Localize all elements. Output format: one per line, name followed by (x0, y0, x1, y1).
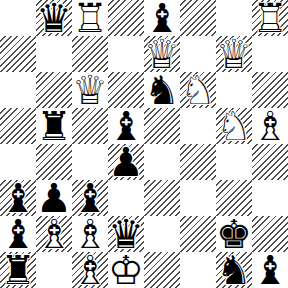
black-rook-halo: ♜ (36, 108, 72, 144)
black-queen-icon: ♛ (108, 216, 144, 252)
white-bishop-icon: ♗ (36, 216, 72, 252)
black-bishop-icon: ♝ (252, 252, 288, 288)
white-knight-halo: ♞ (216, 108, 252, 144)
square-e1[interactable] (144, 252, 180, 288)
square-g8[interactable] (216, 0, 252, 36)
square-b1[interactable] (36, 252, 72, 288)
black-pawn-icon: ♟ (36, 180, 72, 216)
square-a2[interactable]: ♝♝ (0, 216, 36, 252)
square-a3[interactable]: ♝♝ (0, 180, 36, 216)
square-a7[interactable] (0, 36, 36, 72)
black-knight-halo: ♞ (216, 252, 252, 288)
square-h3[interactable] (252, 180, 288, 216)
square-g4[interactable] (216, 144, 252, 180)
white-bishop-halo: ♝ (36, 216, 72, 252)
square-g5[interactable]: ♞♘ (216, 108, 252, 144)
white-bishop-halo: ♝ (72, 216, 108, 252)
black-bishop-icon: ♝ (108, 108, 144, 144)
square-c6[interactable]: ♛♕ (72, 72, 108, 108)
square-a1[interactable]: ♜♜ (0, 252, 36, 288)
square-e2[interactable] (144, 216, 180, 252)
black-queen-icon: ♛ (36, 0, 72, 36)
white-bishop-halo: ♝ (72, 252, 108, 288)
white-queen-icon: ♕ (216, 36, 252, 72)
black-knight-icon: ♞ (216, 252, 252, 288)
square-g7[interactable]: ♛♕ (216, 36, 252, 72)
square-h8[interactable]: ♜♖ (252, 0, 288, 36)
black-pawn-icon: ♟ (108, 144, 144, 180)
square-c3[interactable]: ♝♝ (72, 180, 108, 216)
square-f3[interactable] (180, 180, 216, 216)
square-f1[interactable] (180, 252, 216, 288)
square-f5[interactable] (180, 108, 216, 144)
square-g2[interactable]: ♚♚ (216, 216, 252, 252)
square-h2[interactable] (252, 216, 288, 252)
white-knight-halo: ♞ (180, 72, 216, 108)
square-d2[interactable]: ♛♛ (108, 216, 144, 252)
square-b8[interactable]: ♛♛ (36, 0, 72, 36)
square-a8[interactable] (0, 0, 36, 36)
white-queen-halo: ♛ (144, 36, 180, 72)
square-g6[interactable] (216, 72, 252, 108)
square-h1[interactable]: ♝♝ (252, 252, 288, 288)
white-king-halo: ♚ (108, 252, 144, 288)
black-pawn-halo: ♟ (36, 180, 72, 216)
black-pawn-halo: ♟ (108, 144, 144, 180)
square-d8[interactable] (108, 0, 144, 36)
square-e4[interactable] (144, 144, 180, 180)
square-h5[interactable]: ♝♗ (252, 108, 288, 144)
white-rook-icon: ♖ (72, 0, 108, 36)
black-king-halo: ♚ (216, 216, 252, 252)
square-f2[interactable] (180, 216, 216, 252)
square-e6[interactable]: ♞♞ (144, 72, 180, 108)
square-d1[interactable]: ♚♔ (108, 252, 144, 288)
white-bishop-halo: ♝ (252, 108, 288, 144)
black-king-icon: ♚ (216, 216, 252, 252)
square-c5[interactable] (72, 108, 108, 144)
square-a4[interactable] (0, 144, 36, 180)
black-bishop-icon: ♝ (0, 180, 36, 216)
white-queen-halo: ♛ (216, 36, 252, 72)
white-knight-icon: ♘ (180, 72, 216, 108)
white-bishop-icon: ♗ (72, 252, 108, 288)
black-bishop-halo: ♝ (108, 108, 144, 144)
square-f8[interactable] (180, 0, 216, 36)
square-h6[interactable] (252, 72, 288, 108)
square-d3[interactable] (108, 180, 144, 216)
square-b4[interactable] (36, 144, 72, 180)
square-d7[interactable] (108, 36, 144, 72)
square-b2[interactable]: ♝♗ (36, 216, 72, 252)
square-d6[interactable] (108, 72, 144, 108)
square-f7[interactable] (180, 36, 216, 72)
black-rook-halo: ♜ (0, 252, 36, 288)
square-a5[interactable] (0, 108, 36, 144)
square-c2[interactable]: ♝♗ (72, 216, 108, 252)
square-g3[interactable] (216, 180, 252, 216)
square-e5[interactable] (144, 108, 180, 144)
black-bishop-halo: ♝ (0, 180, 36, 216)
square-c4[interactable] (72, 144, 108, 180)
square-f4[interactable] (180, 144, 216, 180)
black-bishop-icon: ♝ (0, 216, 36, 252)
square-c8[interactable]: ♜♖ (72, 0, 108, 36)
black-bishop-icon: ♝ (144, 0, 180, 36)
black-knight-icon: ♞ (144, 72, 180, 108)
square-d4[interactable]: ♟♟ (108, 144, 144, 180)
square-c1[interactable]: ♝♗ (72, 252, 108, 288)
square-g1[interactable]: ♞♞ (216, 252, 252, 288)
white-bishop-icon: ♗ (72, 216, 108, 252)
black-queen-halo: ♛ (108, 216, 144, 252)
white-rook-icon: ♖ (252, 0, 288, 36)
square-e8[interactable]: ♝♝ (144, 0, 180, 36)
black-bishop-icon: ♝ (72, 180, 108, 216)
white-knight-icon: ♘ (216, 108, 252, 144)
square-a6[interactable] (0, 72, 36, 108)
square-e3[interactable] (144, 180, 180, 216)
square-h4[interactable] (252, 144, 288, 180)
white-queen-icon: ♕ (72, 72, 108, 108)
square-b7[interactable] (36, 36, 72, 72)
white-rook-halo: ♜ (252, 0, 288, 36)
black-bishop-halo: ♝ (252, 252, 288, 288)
black-queen-halo: ♛ (36, 0, 72, 36)
black-bishop-halo: ♝ (0, 216, 36, 252)
black-bishop-halo: ♝ (72, 180, 108, 216)
square-f6[interactable]: ♞♘ (180, 72, 216, 108)
white-king-icon: ♔ (108, 252, 144, 288)
chess-board: ♛♛♜♖♝♝♜♖♛♕♛♕♛♕♞♞♞♘♜♜♝♝♞♘♝♗♟♟♝♝♟♟♝♝♝♝♝♗♝♗… (0, 0, 288, 288)
square-d5[interactable]: ♝♝ (108, 108, 144, 144)
square-b6[interactable] (36, 72, 72, 108)
black-knight-halo: ♞ (144, 72, 180, 108)
white-bishop-icon: ♗ (252, 108, 288, 144)
black-rook-icon: ♜ (36, 108, 72, 144)
white-rook-halo: ♜ (72, 0, 108, 36)
square-b5[interactable]: ♜♜ (36, 108, 72, 144)
black-bishop-halo: ♝ (144, 0, 180, 36)
square-c7[interactable] (72, 36, 108, 72)
black-rook-icon: ♜ (0, 252, 36, 288)
white-queen-halo: ♛ (72, 72, 108, 108)
white-queen-icon: ♕ (144, 36, 180, 72)
square-h7[interactable] (252, 36, 288, 72)
square-b3[interactable]: ♟♟ (36, 180, 72, 216)
square-e7[interactable]: ♛♕ (144, 36, 180, 72)
